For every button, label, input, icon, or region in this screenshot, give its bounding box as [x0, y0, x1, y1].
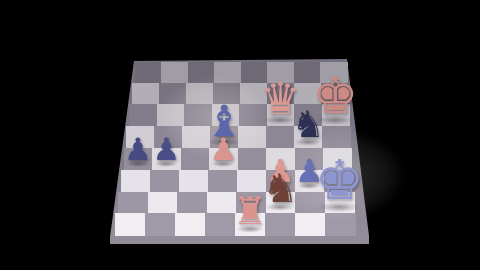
black-pawn-b4[interactable]: ♟	[166, 165, 194, 196]
white-knight-f2[interactable]: ♞	[280, 208, 316, 248]
king-glyph: ♚	[315, 153, 364, 208]
square-a8[interactable]	[135, 62, 162, 84]
pawn-glyph: ♟	[124, 134, 152, 165]
chess-3d-scene: ♛♚♝♞♟♟♟♟♟♞♚♜	[0, 0, 480, 270]
square-b8[interactable]	[161, 62, 188, 84]
pawn-glyph: ♟	[209, 134, 237, 165]
square-d8[interactable]	[214, 62, 241, 84]
square-a6[interactable]	[129, 104, 157, 127]
pawn-glyph: ♟	[152, 134, 180, 165]
square-b6[interactable]	[157, 104, 185, 127]
square-a1[interactable]	[115, 213, 146, 236]
rook-glyph: ♜	[233, 192, 267, 230]
square-b7[interactable]	[159, 83, 187, 105]
black-pawn-a4[interactable]: ♟	[138, 165, 166, 196]
white-rook-e1[interactable]: ♜	[250, 230, 284, 268]
square-d1[interactable]	[205, 213, 236, 236]
square-a7[interactable]	[132, 83, 160, 105]
knight-glyph: ♞	[292, 106, 325, 143]
knight-glyph: ♞	[262, 168, 298, 208]
square-b1[interactable]	[145, 213, 176, 236]
square-c1[interactable]	[175, 213, 206, 236]
square-c8[interactable]	[188, 62, 215, 84]
black-king-h2[interactable]: ♚	[339, 208, 388, 263]
